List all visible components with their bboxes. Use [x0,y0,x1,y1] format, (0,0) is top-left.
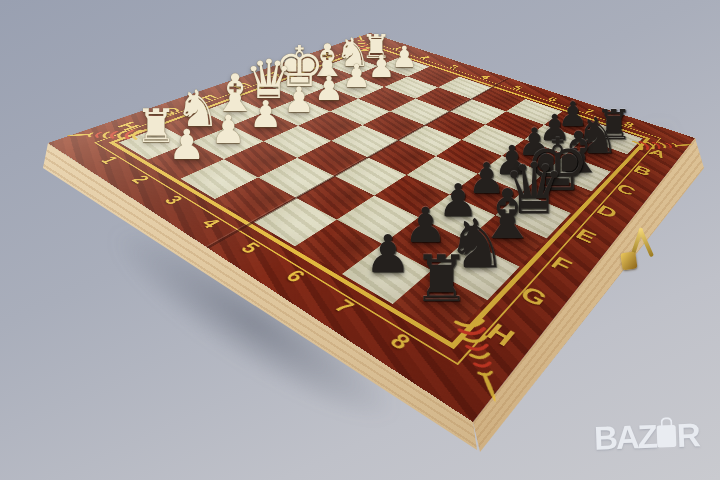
clasp-plate [620,251,637,270]
rank-label-left-4: 4 [478,74,492,80]
file-label-top-A: A [646,147,669,161]
bazar-logo: BAZR [593,416,699,458]
rank-label-left-5: 5 [511,85,525,92]
rank-label-right-3: 3 [160,193,188,207]
piece-white-pawn-f2[interactable]: ♟ [249,95,282,132]
piece-white-pawn-d2[interactable]: ♟ [314,71,344,104]
file-label-top-D: D [592,202,620,222]
file-label-top-F: F [546,253,576,277]
piece-white-pawn-e2[interactable]: ♟ [283,83,314,118]
piece-black-rook-h8[interactable]: ♜ [413,247,470,311]
piece-white-pawn-a2[interactable]: ♟ [391,43,417,72]
file-label-top-E: E [571,226,600,248]
piece-white-pawn-b2[interactable]: ♟ [368,52,395,83]
bazar-logo-text: R [676,416,699,454]
rank-label-right-8: 8 [385,329,416,354]
piece-white-pawn-c2[interactable]: ♟ [342,61,371,93]
rank-label-right-4: 4 [196,215,224,231]
piece-white-pawn-g2[interactable]: ♟ [211,109,246,148]
clasp-arm [638,228,653,257]
brass-clasp [609,223,667,278]
rank-label-right-2: 2 [127,173,154,186]
piece-black-pawn-h7[interactable]: ♟ [365,228,412,280]
rank-label-left-2: 2 [418,55,432,60]
rank-label-right-6: 6 [280,266,310,286]
file-label-top-B: B [630,163,655,179]
bazar-logo-text: BAZ [593,418,656,457]
file-label-top-C: C [612,182,638,200]
rank-label-left-3: 3 [447,64,461,70]
file-label-top-G: G [514,283,552,313]
product-photo-scene: AABBCCDDEEFFGGHH1122334455667788 ♜♞♝♚♛♝♞… [0,0,720,480]
shopping-bag-icon [656,425,676,447]
piece-white-pawn-h2[interactable]: ♟ [168,125,205,166]
rank-label-right-1: 1 [96,154,122,166]
file-label-top-H: H [480,319,521,353]
rank-label-right-5: 5 [236,239,265,257]
rank-label-right-7: 7 [329,296,359,318]
